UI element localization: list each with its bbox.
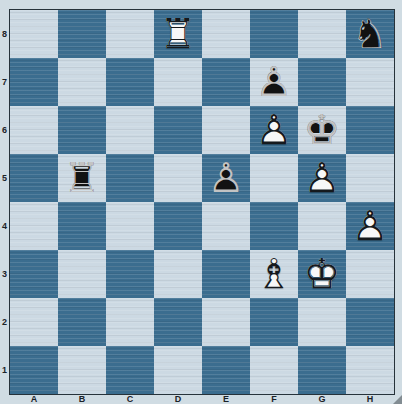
rook-glyph-fill: ♜ [58, 154, 106, 202]
square-h4[interactable]: ♟♙ [346, 202, 394, 250]
square-e3[interactable] [202, 250, 250, 298]
chess-diagram: 87654321 ♜♖♞♘♟♙♟♙♚♔♜♖♟♙♟♙♟♙♝♗♚♔ ABCDEFGH [0, 0, 402, 404]
pawn-glyph-fill: ♟ [202, 154, 250, 202]
king-glyph-outline: ♔ [298, 250, 346, 298]
square-f8[interactable] [250, 10, 298, 58]
pawn-glyph-outline: ♙ [298, 154, 346, 202]
pawn-glyph-fill: ♟ [298, 154, 346, 202]
square-h7[interactable] [346, 58, 394, 106]
king-glyph-outline: ♔ [298, 106, 346, 154]
square-d6[interactable] [154, 106, 202, 154]
file-label-f: F [250, 394, 298, 404]
pawn-glyph-fill: ♟ [250, 58, 298, 106]
white-rook: ♜♖ [154, 10, 202, 58]
square-f3[interactable]: ♝♗ [250, 250, 298, 298]
knight-glyph-fill: ♞ [346, 10, 394, 58]
square-h1[interactable] [346, 346, 394, 394]
square-f5[interactable] [250, 154, 298, 202]
rank-label-5: 5 [0, 154, 9, 202]
square-b4[interactable] [58, 202, 106, 250]
pawn-glyph-outline: ♙ [202, 154, 250, 202]
square-a7[interactable] [10, 58, 58, 106]
square-a3[interactable] [10, 250, 58, 298]
black-knight: ♞♘ [346, 10, 394, 58]
rook-glyph-outline: ♖ [154, 10, 202, 58]
file-label-g: G [298, 394, 346, 404]
white-pawn: ♟♙ [298, 154, 346, 202]
square-d7[interactable] [154, 58, 202, 106]
square-c3[interactable] [106, 250, 154, 298]
square-f4[interactable] [250, 202, 298, 250]
king-glyph-fill: ♚ [298, 106, 346, 154]
square-e7[interactable] [202, 58, 250, 106]
square-g3[interactable]: ♚♔ [298, 250, 346, 298]
file-labels: ABCDEFGH [10, 394, 394, 404]
square-h3[interactable] [346, 250, 394, 298]
rank-label-4: 4 [0, 202, 9, 250]
square-d8[interactable]: ♜♖ [154, 10, 202, 58]
square-e2[interactable] [202, 298, 250, 346]
square-g5[interactable]: ♟♙ [298, 154, 346, 202]
pawn-glyph-outline: ♙ [250, 106, 298, 154]
pawn-glyph-outline: ♙ [250, 58, 298, 106]
resize-grip-icon [393, 395, 402, 404]
black-pawn: ♟♙ [250, 58, 298, 106]
square-e8[interactable] [202, 10, 250, 58]
rank-label-1: 1 [0, 346, 9, 394]
square-c1[interactable] [106, 346, 154, 394]
rank-label-6: 6 [0, 106, 9, 154]
chess-board: ♜♖♞♘♟♙♟♙♚♔♜♖♟♙♟♙♟♙♝♗♚♔ [9, 9, 395, 395]
square-c6[interactable] [106, 106, 154, 154]
rook-glyph-outline: ♖ [58, 154, 106, 202]
pawn-glyph-fill: ♟ [346, 202, 394, 250]
rook-glyph-fill: ♜ [154, 10, 202, 58]
square-a6[interactable] [10, 106, 58, 154]
square-e4[interactable] [202, 202, 250, 250]
pawn-glyph-fill: ♟ [250, 106, 298, 154]
square-g4[interactable] [298, 202, 346, 250]
square-d4[interactable] [154, 202, 202, 250]
square-g2[interactable] [298, 298, 346, 346]
square-c5[interactable] [106, 154, 154, 202]
black-pawn: ♟♙ [202, 154, 250, 202]
square-c2[interactable] [106, 298, 154, 346]
square-g6[interactable]: ♚♔ [298, 106, 346, 154]
square-c8[interactable] [106, 10, 154, 58]
rank-label-8: 8 [0, 10, 9, 58]
black-rook: ♜♖ [58, 154, 106, 202]
square-h8[interactable]: ♞♘ [346, 10, 394, 58]
square-e5[interactable]: ♟♙ [202, 154, 250, 202]
rank-label-3: 3 [0, 250, 9, 298]
square-d1[interactable] [154, 346, 202, 394]
square-d2[interactable] [154, 298, 202, 346]
square-f6[interactable]: ♟♙ [250, 106, 298, 154]
square-b6[interactable] [58, 106, 106, 154]
square-g1[interactable] [298, 346, 346, 394]
bishop-glyph-fill: ♝ [250, 250, 298, 298]
white-king: ♚♔ [298, 250, 346, 298]
square-a8[interactable] [10, 10, 58, 58]
file-label-c: C [106, 394, 154, 404]
square-b2[interactable] [58, 298, 106, 346]
black-king: ♚♔ [298, 106, 346, 154]
king-glyph-fill: ♚ [298, 250, 346, 298]
square-f7[interactable]: ♟♙ [250, 58, 298, 106]
square-c7[interactable] [106, 58, 154, 106]
rank-label-7: 7 [0, 58, 9, 106]
square-h2[interactable] [346, 298, 394, 346]
pawn-glyph-outline: ♙ [346, 202, 394, 250]
square-a1[interactable] [10, 346, 58, 394]
file-label-h: H [346, 394, 394, 404]
file-label-e: E [202, 394, 250, 404]
file-label-d: D [154, 394, 202, 404]
square-b1[interactable] [58, 346, 106, 394]
rank-labels: 87654321 [0, 10, 9, 394]
square-b5[interactable]: ♜♖ [58, 154, 106, 202]
square-d3[interactable] [154, 250, 202, 298]
knight-glyph-outline: ♘ [346, 10, 394, 58]
square-g8[interactable] [298, 10, 346, 58]
white-pawn: ♟♙ [250, 106, 298, 154]
square-a4[interactable] [10, 202, 58, 250]
square-e1[interactable] [202, 346, 250, 394]
square-b7[interactable] [58, 58, 106, 106]
file-label-a: A [10, 394, 58, 404]
square-a2[interactable] [10, 298, 58, 346]
square-h5[interactable] [346, 154, 394, 202]
square-c4[interactable] [106, 202, 154, 250]
square-h6[interactable] [346, 106, 394, 154]
file-label-b: B [58, 394, 106, 404]
rank-label-2: 2 [0, 298, 9, 346]
square-f1[interactable] [250, 346, 298, 394]
square-f2[interactable] [250, 298, 298, 346]
bishop-glyph-outline: ♗ [250, 250, 298, 298]
square-a5[interactable] [10, 154, 58, 202]
square-e6[interactable] [202, 106, 250, 154]
square-b3[interactable] [58, 250, 106, 298]
white-bishop: ♝♗ [250, 250, 298, 298]
white-pawn: ♟♙ [346, 202, 394, 250]
square-g7[interactable] [298, 58, 346, 106]
square-d5[interactable] [154, 154, 202, 202]
square-b8[interactable] [58, 10, 106, 58]
